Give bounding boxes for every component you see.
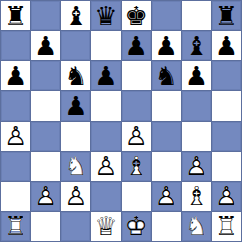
piece-white-pawn[interactable]: ♙: [94, 153, 117, 179]
square-b6[interactable]: [31, 61, 60, 90]
square-c1[interactable]: [61, 212, 90, 241]
square-c4[interactable]: [61, 122, 90, 151]
square-c7[interactable]: [61, 31, 90, 60]
piece-white-king[interactable]: ♔: [124, 213, 147, 239]
square-a4[interactable]: ♙: [1, 122, 30, 151]
square-f3[interactable]: [152, 152, 181, 181]
square-g2[interactable]: ♗: [182, 182, 211, 211]
square-h7[interactable]: ♟: [212, 31, 241, 60]
piece-white-bishop[interactable]: ♗: [124, 153, 147, 179]
piece-white-knight[interactable]: ♘: [185, 213, 208, 239]
square-f5[interactable]: [152, 91, 181, 120]
square-d7[interactable]: [91, 31, 120, 60]
square-b5[interactable]: [31, 91, 60, 120]
square-h8[interactable]: ♜: [212, 1, 241, 30]
square-f4[interactable]: [152, 122, 181, 151]
piece-white-rook[interactable]: ♖: [215, 213, 238, 239]
square-d5[interactable]: [91, 91, 120, 120]
piece-white-pawn[interactable]: ♙: [215, 183, 238, 209]
square-e8[interactable]: ♚: [122, 1, 151, 30]
square-c2[interactable]: ♙: [61, 182, 90, 211]
square-e3[interactable]: ♗: [122, 152, 151, 181]
piece-black-pawn[interactable]: ♟: [34, 33, 57, 59]
piece-black-pawn[interactable]: ♟: [215, 33, 238, 59]
square-h2[interactable]: ♙: [212, 182, 241, 211]
square-e7[interactable]: ♟: [122, 31, 151, 60]
piece-white-queen[interactable]: ♕: [94, 213, 117, 239]
piece-white-knight[interactable]: ♘: [64, 153, 87, 179]
piece-black-pawn[interactable]: ♟: [4, 63, 27, 89]
square-b4[interactable]: [31, 122, 60, 151]
square-b3[interactable]: [31, 152, 60, 181]
square-d1[interactable]: ♕: [91, 212, 120, 241]
piece-black-king[interactable]: ♚: [124, 3, 147, 29]
square-d4[interactable]: [91, 122, 120, 151]
square-a1[interactable]: ♖: [1, 212, 30, 241]
square-a2[interactable]: [1, 182, 30, 211]
square-d2[interactable]: [91, 182, 120, 211]
square-h4[interactable]: [212, 122, 241, 151]
square-c8[interactable]: ♝: [61, 1, 90, 30]
square-a7[interactable]: [1, 31, 30, 60]
piece-black-knight[interactable]: ♞: [155, 63, 178, 89]
square-h3[interactable]: [212, 152, 241, 181]
square-a3[interactable]: [1, 152, 30, 181]
square-e1[interactable]: ♔: [122, 212, 151, 241]
square-d6[interactable]: ♟: [91, 61, 120, 90]
piece-black-rook[interactable]: ♜: [215, 3, 238, 29]
piece-white-rook[interactable]: ♖: [4, 213, 27, 239]
piece-black-pawn[interactable]: ♟: [94, 63, 117, 89]
square-h5[interactable]: [212, 91, 241, 120]
square-f6[interactable]: ♞: [152, 61, 181, 90]
square-h1[interactable]: ♖: [212, 212, 241, 241]
piece-black-pawn[interactable]: ♟: [124, 33, 147, 59]
square-c5[interactable]: ♟: [61, 91, 90, 120]
square-b2[interactable]: ♙: [31, 182, 60, 211]
piece-white-pawn[interactable]: ♙: [34, 183, 57, 209]
square-a8[interactable]: ♜: [1, 1, 30, 30]
square-e6[interactable]: [122, 61, 151, 90]
square-g6[interactable]: ♟: [182, 61, 211, 90]
square-a5[interactable]: [1, 91, 30, 120]
square-g7[interactable]: ♝: [182, 31, 211, 60]
square-g8[interactable]: [182, 1, 211, 30]
square-g4[interactable]: [182, 122, 211, 151]
square-b1[interactable]: [31, 212, 60, 241]
board-wrap: ♜♝♛♚♜♟♟♟♝♟♟♞♟♞♟♟♙♙♘♙♗♙♙♙♙♗♙♖♕♔♘♖: [0, 0, 242, 242]
piece-white-pawn[interactable]: ♙: [64, 183, 87, 209]
square-b8[interactable]: [31, 1, 60, 30]
square-g3[interactable]: ♙: [182, 152, 211, 181]
square-c3[interactable]: ♘: [61, 152, 90, 181]
piece-white-pawn[interactable]: ♙: [124, 123, 147, 149]
piece-black-queen[interactable]: ♛: [94, 3, 117, 29]
piece-black-bishop[interactable]: ♝: [185, 33, 208, 59]
square-d8[interactable]: ♛: [91, 1, 120, 30]
piece-black-pawn[interactable]: ♟: [185, 63, 208, 89]
piece-black-bishop[interactable]: ♝: [64, 3, 87, 29]
square-f7[interactable]: ♟: [152, 31, 181, 60]
square-f2[interactable]: ♙: [152, 182, 181, 211]
chess-board: ♜♝♛♚♜♟♟♟♝♟♟♞♟♞♟♟♙♙♘♙♗♙♙♙♙♗♙♖♕♔♘♖: [0, 0, 242, 242]
piece-black-rook[interactable]: ♜: [4, 3, 27, 29]
square-e2[interactable]: [122, 182, 151, 211]
square-h6[interactable]: [212, 61, 241, 90]
square-f1[interactable]: [152, 212, 181, 241]
square-a6[interactable]: ♟: [1, 61, 30, 90]
piece-white-pawn[interactable]: ♙: [155, 183, 178, 209]
square-e5[interactable]: [122, 91, 151, 120]
piece-white-pawn[interactable]: ♙: [4, 123, 27, 149]
piece-white-bishop[interactable]: ♗: [185, 183, 208, 209]
square-e4[interactable]: ♙: [122, 122, 151, 151]
piece-black-knight[interactable]: ♞: [64, 63, 87, 89]
piece-black-pawn[interactable]: ♟: [155, 33, 178, 59]
square-d3[interactable]: ♙: [91, 152, 120, 181]
piece-black-pawn[interactable]: ♟: [64, 93, 87, 119]
piece-white-pawn[interactable]: ♙: [185, 153, 208, 179]
square-b7[interactable]: ♟: [31, 31, 60, 60]
square-g1[interactable]: ♘: [182, 212, 211, 241]
square-c6[interactable]: ♞: [61, 61, 90, 90]
square-f8[interactable]: [152, 1, 181, 30]
square-g5[interactable]: [182, 91, 211, 120]
